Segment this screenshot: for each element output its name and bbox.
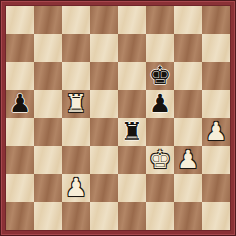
square-g2[interactable] — [174, 174, 202, 202]
square-b7[interactable] — [34, 34, 62, 62]
square-e1[interactable] — [118, 202, 146, 230]
square-b4[interactable] — [34, 118, 62, 146]
square-c3[interactable] — [62, 146, 90, 174]
square-f2[interactable] — [146, 174, 174, 202]
white-pawn-g3[interactable]: ♟ — [177, 146, 199, 174]
square-g6[interactable] — [174, 62, 202, 90]
white-rook-c5[interactable]: ♜ — [65, 90, 87, 118]
square-c4[interactable] — [62, 118, 90, 146]
square-f8[interactable] — [146, 6, 174, 34]
square-d3[interactable] — [90, 146, 118, 174]
square-h5[interactable] — [202, 90, 230, 118]
square-b3[interactable] — [34, 146, 62, 174]
square-e8[interactable] — [118, 6, 146, 34]
square-c7[interactable] — [62, 34, 90, 62]
square-d2[interactable] — [90, 174, 118, 202]
square-h6[interactable] — [202, 62, 230, 90]
chess-board: ♚♟♜♟♜♟♚♟♟ — [6, 6, 230, 230]
square-f5[interactable]: ♟ — [146, 90, 174, 118]
black-pawn-f5[interactable]: ♟ — [149, 90, 171, 118]
square-a5[interactable]: ♟ — [6, 90, 34, 118]
square-f7[interactable] — [146, 34, 174, 62]
black-king-f6[interactable]: ♚ — [149, 62, 171, 90]
square-d1[interactable] — [90, 202, 118, 230]
square-a3[interactable] — [6, 146, 34, 174]
square-a2[interactable] — [6, 174, 34, 202]
square-b6[interactable] — [34, 62, 62, 90]
square-f1[interactable] — [146, 202, 174, 230]
square-c8[interactable] — [62, 6, 90, 34]
square-c5[interactable]: ♜ — [62, 90, 90, 118]
square-e2[interactable] — [118, 174, 146, 202]
square-f6[interactable]: ♚ — [146, 62, 174, 90]
square-d8[interactable] — [90, 6, 118, 34]
square-b5[interactable] — [34, 90, 62, 118]
square-d5[interactable] — [90, 90, 118, 118]
square-e6[interactable] — [118, 62, 146, 90]
square-a4[interactable] — [6, 118, 34, 146]
square-g8[interactable] — [174, 6, 202, 34]
square-a6[interactable] — [6, 62, 34, 90]
square-b2[interactable] — [34, 174, 62, 202]
square-e5[interactable] — [118, 90, 146, 118]
square-f3[interactable]: ♚ — [146, 146, 174, 174]
square-h2[interactable] — [202, 174, 230, 202]
white-pawn-h4[interactable]: ♟ — [205, 118, 227, 146]
square-d6[interactable] — [90, 62, 118, 90]
board-frame: ♚♟♜♟♜♟♚♟♟ — [0, 0, 236, 236]
square-d4[interactable] — [90, 118, 118, 146]
square-c2[interactable]: ♟ — [62, 174, 90, 202]
square-g4[interactable] — [174, 118, 202, 146]
square-h3[interactable] — [202, 146, 230, 174]
square-g3[interactable]: ♟ — [174, 146, 202, 174]
square-a8[interactable] — [6, 6, 34, 34]
square-h7[interactable] — [202, 34, 230, 62]
square-h1[interactable] — [202, 202, 230, 230]
square-a7[interactable] — [6, 34, 34, 62]
black-pawn-a5[interactable]: ♟ — [9, 90, 31, 118]
square-f4[interactable] — [146, 118, 174, 146]
square-c6[interactable] — [62, 62, 90, 90]
square-h8[interactable] — [202, 6, 230, 34]
square-e4[interactable]: ♜ — [118, 118, 146, 146]
square-e3[interactable] — [118, 146, 146, 174]
square-b1[interactable] — [34, 202, 62, 230]
square-g7[interactable] — [174, 34, 202, 62]
square-g5[interactable] — [174, 90, 202, 118]
white-king-f3[interactable]: ♚ — [149, 146, 171, 174]
square-a1[interactable] — [6, 202, 34, 230]
white-pawn-c2[interactable]: ♟ — [65, 174, 87, 202]
square-g1[interactable] — [174, 202, 202, 230]
black-rook-e4[interactable]: ♜ — [121, 118, 143, 146]
square-d7[interactable] — [90, 34, 118, 62]
square-h4[interactable]: ♟ — [202, 118, 230, 146]
square-b8[interactable] — [34, 6, 62, 34]
square-e7[interactable] — [118, 34, 146, 62]
square-c1[interactable] — [62, 202, 90, 230]
